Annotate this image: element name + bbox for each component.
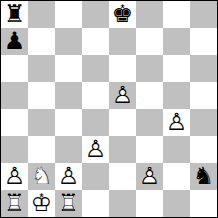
square-d2[interactable] xyxy=(82,163,109,190)
square-g5[interactable] xyxy=(163,82,190,109)
square-b6[interactable] xyxy=(28,55,55,82)
square-c8[interactable] xyxy=(55,1,82,28)
square-c7[interactable] xyxy=(55,28,82,55)
square-a5[interactable] xyxy=(1,82,28,109)
square-d7[interactable] xyxy=(82,28,109,55)
square-f6[interactable] xyxy=(136,55,163,82)
square-b4[interactable] xyxy=(28,109,55,136)
square-e1[interactable] xyxy=(109,190,136,217)
piece-black-king: ♚ xyxy=(112,1,134,28)
square-f2[interactable]: ♟♙ xyxy=(136,163,163,190)
square-b8[interactable] xyxy=(28,1,55,28)
square-f1[interactable] xyxy=(136,190,163,217)
piece-white-king: ♔ xyxy=(31,190,53,217)
square-g7[interactable] xyxy=(163,28,190,55)
piece-white-pawn: ♙ xyxy=(166,109,188,136)
square-e2[interactable] xyxy=(109,163,136,190)
square-g3[interactable] xyxy=(163,136,190,163)
piece-white-rook: ♖ xyxy=(4,190,26,217)
piece-white-knight: ♘ xyxy=(31,163,53,190)
piece-black-pawn: ♟ xyxy=(4,28,26,55)
square-c3[interactable] xyxy=(55,136,82,163)
square-d6[interactable] xyxy=(82,55,109,82)
square-e3[interactable] xyxy=(109,136,136,163)
square-h4[interactable] xyxy=(190,109,217,136)
square-b3[interactable] xyxy=(28,136,55,163)
piece-black-knight: ♞ xyxy=(193,163,215,190)
square-g1[interactable] xyxy=(163,190,190,217)
square-f3[interactable] xyxy=(136,136,163,163)
square-e5[interactable]: ♟♙ xyxy=(109,82,136,109)
square-d4[interactable] xyxy=(82,109,109,136)
square-g2[interactable] xyxy=(163,163,190,190)
square-h2[interactable]: ♞ xyxy=(190,163,217,190)
square-c2[interactable]: ♟♙ xyxy=(55,163,82,190)
square-a7[interactable]: ♟ xyxy=(1,28,28,55)
piece-white-pawn: ♙ xyxy=(139,163,161,190)
square-a2[interactable]: ♟♙ xyxy=(1,163,28,190)
piece-white-pawn: ♙ xyxy=(58,163,80,190)
chess-diagram: ♜♚♟♟♙♟♙♟♙♟♙♞♘♟♙♟♙♞♜♖♚♔♜♖ xyxy=(0,0,218,218)
square-c6[interactable] xyxy=(55,55,82,82)
square-b5[interactable] xyxy=(28,82,55,109)
square-a4[interactable] xyxy=(1,109,28,136)
square-b1[interactable]: ♚♔ xyxy=(28,190,55,217)
square-a1[interactable]: ♜♖ xyxy=(1,190,28,217)
square-h3[interactable] xyxy=(190,136,217,163)
square-h8[interactable] xyxy=(190,1,217,28)
square-h6[interactable] xyxy=(190,55,217,82)
square-f4[interactable] xyxy=(136,109,163,136)
piece-black-rook: ♜ xyxy=(4,1,26,28)
square-c4[interactable] xyxy=(55,109,82,136)
square-h5[interactable] xyxy=(190,82,217,109)
square-e7[interactable] xyxy=(109,28,136,55)
square-f7[interactable] xyxy=(136,28,163,55)
square-d3[interactable]: ♟♙ xyxy=(82,136,109,163)
piece-white-rook: ♖ xyxy=(58,190,80,217)
square-g4[interactable]: ♟♙ xyxy=(163,109,190,136)
square-d1[interactable] xyxy=(82,190,109,217)
piece-white-pawn: ♙ xyxy=(4,163,26,190)
square-e6[interactable] xyxy=(109,55,136,82)
square-f8[interactable] xyxy=(136,1,163,28)
square-a6[interactable] xyxy=(1,55,28,82)
square-e4[interactable] xyxy=(109,109,136,136)
square-d8[interactable] xyxy=(82,1,109,28)
square-h1[interactable] xyxy=(190,190,217,217)
square-c1[interactable]: ♜♖ xyxy=(55,190,82,217)
square-h7[interactable] xyxy=(190,28,217,55)
square-a8[interactable]: ♜ xyxy=(1,1,28,28)
square-f5[interactable] xyxy=(136,82,163,109)
piece-white-pawn: ♙ xyxy=(112,82,134,109)
square-e8[interactable]: ♚ xyxy=(109,1,136,28)
square-b7[interactable] xyxy=(28,28,55,55)
square-g6[interactable] xyxy=(163,55,190,82)
square-g8[interactable] xyxy=(163,1,190,28)
square-d5[interactable] xyxy=(82,82,109,109)
square-a3[interactable] xyxy=(1,136,28,163)
chess-board: ♜♚♟♟♙♟♙♟♙♟♙♞♘♟♙♟♙♞♜♖♚♔♜♖ xyxy=(0,0,218,218)
square-b2[interactable]: ♞♘ xyxy=(28,163,55,190)
piece-white-pawn: ♙ xyxy=(85,136,107,163)
square-c5[interactable] xyxy=(55,82,82,109)
